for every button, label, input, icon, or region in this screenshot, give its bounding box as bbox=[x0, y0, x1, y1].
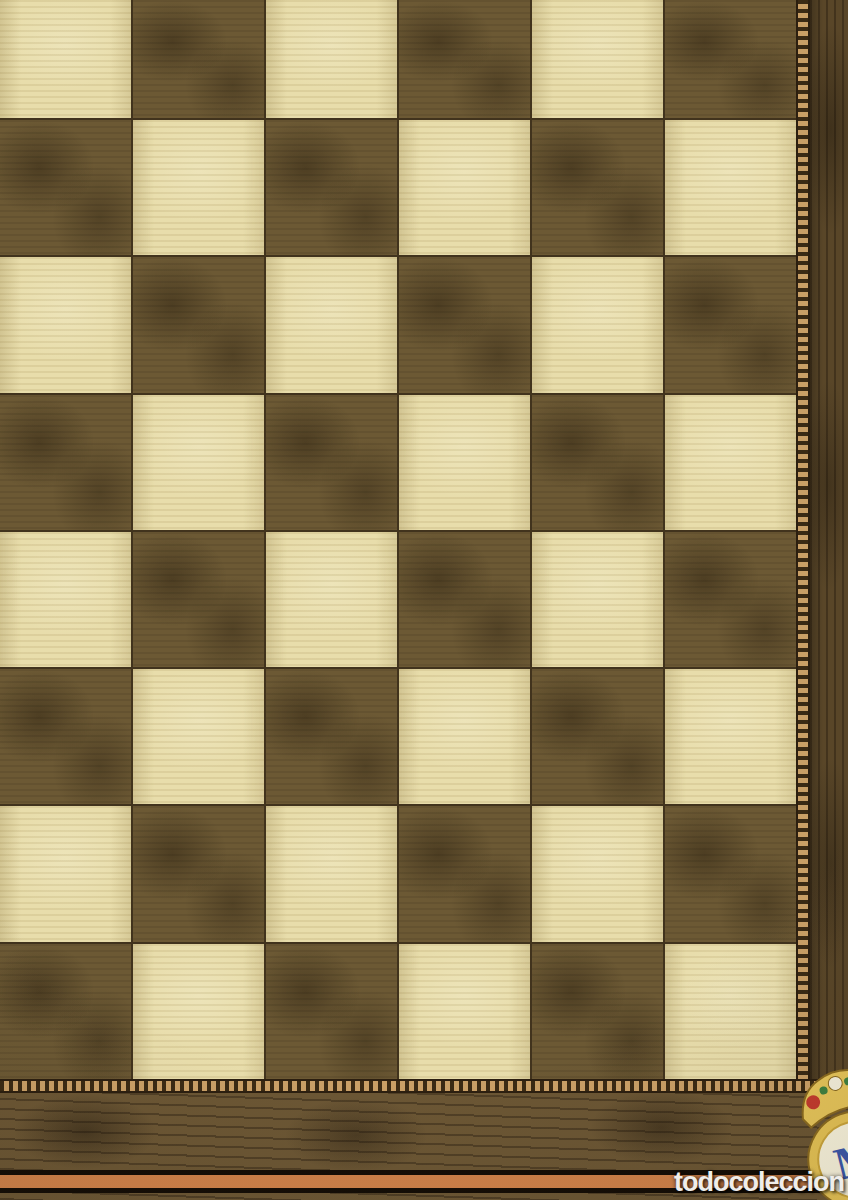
square-r8c3 bbox=[266, 944, 397, 1079]
square-r5c2 bbox=[133, 532, 264, 667]
square-r2c3 bbox=[266, 120, 397, 255]
square-r7c6 bbox=[665, 806, 796, 941]
square-r7c5 bbox=[532, 806, 663, 941]
square-r4c3 bbox=[266, 395, 397, 530]
square-r6c2 bbox=[133, 669, 264, 804]
square-r6c5 bbox=[532, 669, 663, 804]
square-r1c2 bbox=[133, 0, 264, 118]
board-frame-right bbox=[796, 0, 848, 1079]
todocoleccion-watermark: todocoleccion bbox=[674, 1167, 844, 1198]
square-r3c6 bbox=[665, 257, 796, 392]
square-r8c5 bbox=[532, 944, 663, 1079]
square-r6c6 bbox=[665, 669, 796, 804]
square-r1c1 bbox=[0, 0, 131, 118]
square-r4c6 bbox=[665, 395, 796, 530]
square-r3c3 bbox=[266, 257, 397, 392]
square-r8c4 bbox=[399, 944, 530, 1079]
square-r1c3 bbox=[266, 0, 397, 118]
square-r6c3 bbox=[266, 669, 397, 804]
square-r7c1 bbox=[0, 806, 131, 941]
bead-inlay-horizontal bbox=[0, 1079, 848, 1093]
square-r3c5 bbox=[532, 257, 663, 392]
square-r3c4 bbox=[399, 257, 530, 392]
square-r1c6 bbox=[665, 0, 796, 118]
square-r5c6 bbox=[665, 532, 796, 667]
square-r3c1 bbox=[0, 257, 131, 392]
square-r2c6 bbox=[665, 120, 796, 255]
square-r5c1 bbox=[0, 532, 131, 667]
bead-inlay-vertical bbox=[796, 0, 810, 1079]
square-r8c2 bbox=[133, 944, 264, 1079]
board-photo: M todocoleccion bbox=[0, 0, 848, 1200]
walnut-frame-bottom bbox=[0, 1093, 848, 1170]
square-r8c6 bbox=[665, 944, 796, 1079]
square-r5c3 bbox=[266, 532, 397, 667]
square-r1c4 bbox=[399, 0, 530, 118]
square-r3c2 bbox=[133, 257, 264, 392]
square-r7c2 bbox=[133, 806, 264, 941]
square-r4c1 bbox=[0, 395, 131, 530]
square-r2c1 bbox=[0, 120, 131, 255]
chessboard bbox=[0, 0, 796, 1079]
square-r6c4 bbox=[399, 669, 530, 804]
square-r8c1 bbox=[0, 944, 131, 1079]
square-r2c5 bbox=[532, 120, 663, 255]
square-r2c2 bbox=[133, 120, 264, 255]
square-r4c5 bbox=[532, 395, 663, 530]
square-r1c5 bbox=[532, 0, 663, 118]
square-r4c4 bbox=[399, 395, 530, 530]
walnut-frame-right bbox=[810, 0, 848, 1079]
square-r2c4 bbox=[399, 120, 530, 255]
square-r7c4 bbox=[399, 806, 530, 941]
square-r5c4 bbox=[399, 532, 530, 667]
square-r7c3 bbox=[266, 806, 397, 941]
square-r6c1 bbox=[0, 669, 131, 804]
square-r4c2 bbox=[133, 395, 264, 530]
square-r5c5 bbox=[532, 532, 663, 667]
